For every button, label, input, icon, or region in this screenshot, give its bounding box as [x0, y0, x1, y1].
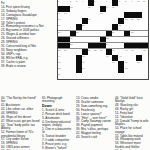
grid-cell[interactable]	[136, 67, 142, 73]
grid-cell[interactable]	[118, 43, 124, 49]
grid-cell[interactable]: 19	[58, 18, 64, 24]
grid-cell[interactable]	[64, 61, 70, 67]
grid-cell[interactable]: 10	[136, 0, 142, 6]
grid-cell[interactable]	[142, 6, 148, 12]
grid-cell[interactable]	[112, 18, 118, 24]
grid-cell[interactable]	[94, 12, 100, 18]
cell-number: 5	[94, 0, 95, 2]
clue-item: 37. Camp Swampy canine	[76, 120, 113, 123]
grid-cell[interactable]: 25	[82, 24, 88, 30]
black-square	[130, 12, 136, 18]
cell-number: 18	[100, 12, 102, 14]
grid-cell[interactable]: 4	[82, 0, 88, 6]
cell-number: 45	[82, 55, 84, 57]
grid-cell[interactable]	[136, 6, 142, 12]
grid-cell[interactable]	[64, 67, 70, 73]
cell-number: 10	[137, 0, 139, 2]
cell-number: 52	[137, 61, 139, 63]
clue-item: 43. Search craft	[76, 136, 113, 139]
cell-number: 37	[88, 49, 90, 51]
grid-cell[interactable]: 35	[58, 49, 64, 55]
grid-cell[interactable]	[112, 67, 118, 73]
clue-item: 51. Fatty fowl	[115, 111, 150, 114]
grid-cell[interactable]: 56	[58, 73, 64, 79]
cell-number: 49	[82, 61, 84, 63]
clue-item: 50. "Saw" body politic tax Albany	[1, 123, 41, 130]
grid-cell[interactable]	[100, 31, 106, 37]
grid-cell[interactable]: 49	[82, 61, 88, 67]
black-square	[106, 49, 112, 55]
cell-number: 38	[94, 49, 96, 51]
black-square	[112, 24, 118, 30]
clue-item: 39. Rude is review	[1, 64, 53, 67]
cell-number: 51	[125, 61, 127, 63]
black-square	[118, 61, 124, 67]
cell-number: 1	[58, 0, 59, 2]
cell-number: 40	[112, 49, 114, 51]
grid-cell[interactable]	[94, 67, 100, 73]
across-clue-last: 65. Photograph mounting	[42, 96, 74, 103]
grid-cell[interactable]	[130, 6, 136, 12]
down-heading: Down	[42, 104, 74, 108]
clue-item: 42. Maggot feeling	[76, 132, 113, 135]
black-square	[142, 43, 148, 49]
cell-number: 36	[64, 49, 66, 51]
cell-number: 25	[82, 24, 84, 26]
grid-cell[interactable]: 15	[112, 6, 118, 12]
crossword-grid[interactable]: 1234567891011121314151617181920212223242…	[57, 0, 149, 80]
grid-cell[interactable]	[88, 37, 94, 43]
cell-number: 24	[58, 24, 60, 26]
clue-item: 59. Emmy Immigrant	[115, 149, 150, 150]
grid-cell[interactable]	[124, 24, 130, 30]
grid-cell[interactable]	[94, 18, 100, 24]
clue-item: 34. Fearlessly	[76, 108, 113, 111]
grid-cell[interactable]: 46	[106, 55, 112, 61]
grid-cell[interactable]: 13	[88, 6, 94, 12]
cell-number: 15	[112, 6, 114, 8]
grid-cell[interactable]	[100, 55, 106, 61]
grid-cell[interactable]	[124, 37, 130, 43]
grid-cell[interactable]	[94, 31, 100, 37]
grid-cell[interactable]: 17	[64, 12, 70, 18]
grid-cell[interactable]	[64, 24, 70, 30]
grid-cell[interactable]: 9	[130, 0, 136, 6]
grid-cell[interactable]	[94, 55, 100, 61]
grid-cell[interactable]: 52	[136, 61, 142, 67]
grid-cell[interactable]: 36	[64, 49, 70, 55]
grid-cell[interactable]	[112, 73, 118, 79]
clue-item: 28. Scarlet someone	[76, 100, 113, 103]
grid-cell[interactable]: 37	[88, 49, 94, 55]
black-square	[76, 55, 82, 61]
grid-cell[interactable]	[136, 37, 142, 43]
grid-cell[interactable]	[82, 37, 88, 43]
down-clues-col3: 46. "Solid Gold" host Marilyn48. Shockin…	[115, 96, 150, 150]
cell-number: 39	[100, 49, 102, 51]
grid-cell[interactable]: 42	[130, 49, 136, 55]
black-square	[82, 18, 88, 24]
grid-cell[interactable]	[76, 49, 82, 55]
grid-cell[interactable]: 38	[94, 49, 100, 55]
grid-cell[interactable]	[100, 0, 106, 6]
grid-cell[interactable]	[100, 73, 106, 79]
grid-cell[interactable]	[100, 24, 106, 30]
grid-cell[interactable]: 55	[124, 67, 130, 73]
down-clues-col2: 13. Cross smoke28. Scarlet someone29. Sa…	[76, 96, 113, 139]
black-square	[136, 55, 142, 61]
across-clues-top: Fo14. First speech/song15. Subway finger…	[1, 1, 53, 68]
grid-cell[interactable]	[70, 18, 76, 24]
grid-cell[interactable]	[88, 31, 94, 37]
grid-cell[interactable]: 34	[106, 43, 112, 49]
cell-number: 21	[125, 18, 127, 20]
grid-cell[interactable]	[106, 61, 112, 67]
grid-cell[interactable]: 40	[112, 49, 118, 55]
clue-item: 48. Shocking slur	[115, 103, 150, 106]
black-square	[124, 12, 130, 18]
grid-cell[interactable]	[70, 55, 76, 61]
cell-number: 42	[131, 49, 133, 51]
black-square	[100, 37, 106, 43]
grid-cell[interactable]: 28	[76, 31, 82, 37]
cell-number: 47	[119, 55, 121, 57]
grid-cell[interactable]: 54	[82, 67, 88, 73]
grid-cell[interactable]: 8	[124, 0, 130, 6]
grid-cell[interactable]	[82, 73, 88, 79]
clue-item: 1. Scotch & tonic	[42, 108, 74, 111]
clue-item: 9. Brown's "forlorn"	[42, 146, 74, 149]
clue-item: 31. Concerned king of Net.	[1, 44, 53, 47]
clue-item: 13. Cross smoke	[76, 96, 113, 99]
cell-number: 2	[70, 0, 71, 2]
cell-number: 22	[131, 18, 133, 20]
grid-cell[interactable]	[88, 67, 94, 73]
grid-cell[interactable]	[142, 31, 148, 37]
grid-cell[interactable]	[130, 37, 136, 43]
grid-cell[interactable]	[118, 49, 124, 55]
grid-cell[interactable]	[70, 61, 76, 67]
clue-item: 56. Whooping work	[115, 138, 150, 141]
grid-cell[interactable]	[82, 43, 88, 49]
grid-cell[interactable]	[142, 24, 148, 30]
grid-cell[interactable]	[112, 43, 118, 49]
grid-cell[interactable]	[142, 37, 148, 43]
grid-cell[interactable]	[94, 6, 100, 12]
grid-cell[interactable]: 27	[58, 31, 64, 37]
clue-item: 2. Person drink bond	[42, 112, 74, 115]
grid-cell[interactable]: 41	[124, 49, 130, 55]
grid-cell[interactable]	[106, 12, 112, 18]
black-square	[118, 18, 124, 24]
cell-number: 12	[70, 6, 72, 8]
grid-cell[interactable]	[82, 12, 88, 18]
cell-number: 27	[58, 31, 60, 33]
clue-item: 47. What scats got pre-found	[1, 119, 41, 122]
grid-cell[interactable]	[118, 73, 124, 79]
cell-number: 29	[112, 31, 114, 33]
clue-item: 34. GNP's cap.	[1, 52, 53, 55]
black-square	[130, 43, 136, 49]
clue-item: 21. Remaining economics a Not	[1, 25, 53, 28]
cell-number: 35	[58, 49, 60, 51]
grid-cell[interactable]	[106, 18, 112, 24]
black-square	[58, 43, 64, 49]
grid-cell[interactable]	[136, 49, 142, 55]
black-square	[88, 43, 94, 49]
cell-number: 7	[119, 0, 120, 2]
grid-cell[interactable]	[142, 12, 148, 18]
grid-cell[interactable]	[100, 61, 106, 67]
clue-item: 40. "The Not by the friend" foe	[1, 96, 41, 103]
cell-number: 56	[58, 73, 60, 75]
clue-item: 6. Tootsie brander	[42, 134, 74, 137]
grid-cell[interactable]	[130, 61, 136, 67]
black-square	[100, 43, 106, 49]
clue-item: 35. Loose spouse?	[76, 112, 113, 115]
black-square	[106, 31, 112, 37]
black-square	[118, 67, 124, 73]
grid-cell[interactable]	[70, 12, 76, 18]
grid-cell[interactable]: 47	[118, 55, 124, 61]
cell-number: 50	[112, 61, 114, 63]
cell-number: 8	[125, 0, 126, 2]
clue-item: 49. Rocky girl	[115, 107, 150, 110]
black-square	[94, 43, 100, 49]
grid-cell[interactable]	[142, 67, 148, 73]
grid-cell[interactable]	[76, 37, 82, 43]
black-square	[64, 6, 70, 12]
grid-cell[interactable]	[142, 73, 148, 79]
grid-cell[interactable]	[94, 37, 100, 43]
grid-cell[interactable]: 32	[106, 37, 112, 43]
black-square	[82, 49, 88, 55]
black-square	[136, 12, 142, 18]
grid-cell[interactable]	[130, 67, 136, 73]
grid-cell[interactable]	[64, 73, 70, 79]
grid-cell[interactable]	[88, 73, 94, 79]
clue-item: 44. SPRING	[1, 111, 41, 114]
clue-item: 54. Place for school voyage	[115, 126, 150, 133]
grid-cell[interactable]: 39	[100, 49, 106, 55]
cell-number: 19	[58, 18, 60, 20]
cell-number: 3	[76, 0, 77, 2]
cell-number: 54	[82, 67, 84, 69]
clue-item: 26. Ground stiffeners	[1, 37, 53, 40]
clue-item: 28. SPRING	[1, 41, 53, 44]
grid-cell[interactable]	[118, 12, 124, 18]
cell-number: 6	[106, 0, 107, 2]
grid-cell[interactable]: 30	[130, 31, 136, 37]
cell-number: 41	[125, 49, 127, 51]
grid-cell[interactable]: 26	[118, 24, 124, 30]
black-square	[124, 31, 130, 37]
crossword-page: Fo14. First speech/song15. Subway finger…	[0, 0, 150, 150]
grid-cell[interactable]	[130, 55, 136, 61]
grid-cell[interactable]: 1	[58, 0, 64, 6]
black-square	[76, 61, 82, 67]
grid-cell[interactable]	[142, 61, 148, 67]
grid-cell[interactable]: 14	[106, 6, 112, 12]
grid-cell[interactable]	[136, 31, 142, 37]
grid-cell[interactable]	[64, 31, 70, 37]
grid-cell[interactable]	[118, 6, 124, 12]
grid-cell[interactable]	[94, 24, 100, 30]
cell-number: 30	[131, 31, 133, 33]
grid-cell[interactable]	[136, 24, 142, 30]
clue-item: 52. Tokonken	[115, 115, 150, 118]
grid-cell[interactable]: 51	[124, 61, 130, 67]
cell-number: 4	[82, 0, 83, 2]
cell-number: 26	[119, 24, 121, 26]
grid-cell[interactable]	[106, 73, 112, 79]
grid-cell[interactable]	[124, 55, 130, 61]
grid-cell[interactable]: 29	[112, 31, 118, 37]
black-square	[58, 37, 64, 43]
clue-item: 29. Sam-something org.	[76, 104, 113, 107]
grid-cell[interactable]	[112, 37, 118, 43]
cell-number: 48	[58, 61, 60, 63]
grid-cell[interactable]	[130, 24, 136, 30]
grid-cell[interactable]	[142, 18, 148, 24]
grid-cell[interactable]	[76, 73, 82, 79]
black-square	[76, 24, 82, 30]
grid-cell[interactable]	[142, 55, 148, 61]
grid-cell[interactable]	[82, 31, 88, 37]
cell-number: 11	[143, 0, 145, 2]
clue-item: 57. City under Seven	[1, 138, 41, 141]
down-clues-1-9: 1. Scotch & tonic2. Person drink bond3. …	[42, 108, 74, 150]
grid-cell[interactable]	[118, 37, 124, 43]
grid-cell[interactable]	[88, 61, 94, 67]
grid-cell[interactable]: 12	[70, 6, 76, 12]
cell-number: 32	[106, 37, 108, 39]
grid-cell[interactable]: 24	[58, 24, 64, 30]
grid-cell[interactable]	[76, 12, 82, 18]
grid-cell[interactable]: 50	[112, 61, 118, 67]
grid-cell[interactable]	[76, 18, 82, 24]
grid-cell[interactable]	[70, 49, 76, 55]
grid-cell[interactable]	[70, 24, 76, 30]
grid-cell[interactable]	[76, 6, 82, 12]
clue-item: 3. Automaton	[42, 116, 74, 119]
grid-cell[interactable]	[70, 67, 76, 73]
grid-cell[interactable]: 2	[70, 0, 76, 6]
clue-item: 5. One in a bassinette lie	[42, 127, 74, 134]
grid-cell[interactable]: 43	[142, 49, 148, 55]
grid-cell[interactable]	[76, 43, 82, 49]
grid-cell[interactable]	[136, 73, 142, 79]
grid-cell[interactable]	[64, 0, 70, 6]
clue-item: 59. SPRING	[1, 142, 41, 145]
clue-item: 46. Ships of the desert	[1, 115, 41, 118]
cell-number: 53	[58, 67, 60, 69]
grid-cell[interactable]	[94, 61, 100, 67]
clue-item: 39. Mrs.'s bliss, perhaps	[76, 128, 113, 131]
grid-cell[interactable]	[100, 18, 106, 24]
black-square	[136, 43, 142, 49]
cell-number: 46	[106, 55, 108, 57]
grid-cell[interactable]: 11	[142, 0, 148, 6]
grid-cell[interactable]	[100, 67, 106, 73]
cell-number: 44	[58, 55, 60, 57]
clue-item: 55. Table-like mound	[115, 134, 150, 137]
grid-cell[interactable]: 33	[70, 43, 76, 49]
grid-cell[interactable]	[82, 6, 88, 12]
grid-cell[interactable]	[112, 12, 118, 18]
grid-cell[interactable]	[88, 55, 94, 61]
grid-cell[interactable]	[88, 12, 94, 18]
grid-cell[interactable]	[124, 73, 130, 79]
black-square	[124, 43, 130, 49]
clue-item: 53. Donald Trump to wife Maples	[115, 119, 150, 126]
clue-item: 38. Payroll payment	[76, 124, 113, 127]
cell-number: 20	[88, 18, 90, 20]
grid-cell[interactable]	[64, 18, 70, 24]
clue-item: 23. Big name in 2008 politics	[1, 29, 53, 32]
grid-cell[interactable]: 21	[124, 18, 130, 24]
grid-cell[interactable]	[124, 6, 130, 12]
grid-cell[interactable]: 45	[82, 55, 88, 61]
black-square	[70, 31, 76, 37]
grid-cell[interactable]: 23	[136, 18, 142, 24]
grid-cell[interactable]	[88, 24, 94, 30]
grid-cell[interactable]: 3	[76, 0, 82, 6]
black-square	[64, 37, 70, 43]
down-clues-col1: 65. Photograph mounting Down 1. Scotch &…	[42, 96, 74, 150]
clue-item: 16. Contagious Guadalupe	[1, 13, 53, 16]
grid-cell[interactable]	[130, 73, 136, 79]
across-clues-bottom: 40. "The Not by the friend" foe41. Aucti…	[1, 96, 41, 150]
clue-item: 41. Auctioneer	[1, 103, 41, 106]
grid-cell[interactable]	[118, 31, 124, 37]
grid-cell[interactable]: 20	[88, 18, 94, 24]
black-square	[112, 0, 118, 6]
grid-cell[interactable]: 48	[58, 61, 64, 67]
clue-item: 14. First speech/song	[1, 5, 53, 8]
black-square	[58, 6, 64, 12]
grid-cell[interactable]: 22	[130, 18, 136, 24]
grid-cell[interactable]	[64, 55, 70, 61]
black-square	[76, 67, 82, 73]
black-square	[88, 0, 94, 6]
cell-number: 23	[137, 18, 139, 20]
grid-cell[interactable]: 7	[118, 0, 124, 6]
cell-number: 31	[70, 37, 72, 39]
grid-cell[interactable]: 6	[106, 0, 112, 6]
cell-number: 34	[106, 43, 108, 45]
grid-cell[interactable]	[106, 67, 112, 73]
cell-number: 9	[131, 0, 132, 2]
clue-item: 37. Cache is paint	[1, 60, 53, 63]
grid-cell[interactable]: 31	[70, 37, 76, 43]
grid-cell[interactable]: 5	[94, 0, 100, 6]
clue-item: 8. Prezzi print, e.g.	[42, 142, 74, 145]
grid-cell[interactable]	[106, 24, 112, 30]
clue-item: 4. Declining industrial region, sharply	[42, 120, 74, 127]
grid-cell[interactable]: 18	[100, 12, 106, 18]
clue-item: Fo	[1, 1, 53, 4]
grid-cell[interactable]: 44	[58, 55, 64, 61]
black-square	[100, 6, 106, 12]
grid-cell[interactable]: 16	[58, 12, 64, 18]
grid-cell[interactable]	[94, 73, 100, 79]
grid-cell[interactable]	[70, 73, 76, 79]
clue-item: 36. RN for ERA, e.g.	[1, 56, 53, 59]
grid-cell[interactable]: 53	[58, 67, 64, 73]
clue-item: 42. Like urban car, often	[1, 107, 41, 110]
cell-number: 17	[64, 12, 66, 14]
